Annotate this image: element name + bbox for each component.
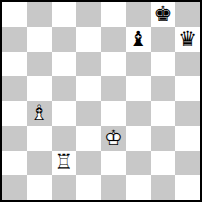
black-bishop-glyph: ♝ [126, 27, 151, 52]
square-e5[interactable] [101, 76, 126, 101]
square-b8[interactable] [27, 2, 52, 27]
square-h3[interactable] [175, 126, 200, 151]
square-d7[interactable] [76, 27, 101, 52]
square-c8[interactable] [52, 2, 77, 27]
square-g1[interactable] [151, 175, 176, 200]
square-h5[interactable] [175, 76, 200, 101]
square-e3[interactable]: ♚♔ [101, 126, 126, 151]
white-rook-piece: ♜♖ [52, 151, 77, 176]
black-king-glyph: ♚ [151, 2, 176, 27]
square-b7[interactable] [27, 27, 52, 52]
square-c4[interactable] [52, 101, 77, 126]
square-c3[interactable] [52, 126, 77, 151]
square-f4[interactable] [126, 101, 151, 126]
square-c5[interactable] [52, 76, 77, 101]
square-g8[interactable]: ♚ [151, 2, 176, 27]
square-f1[interactable] [126, 175, 151, 200]
square-d6[interactable] [76, 52, 101, 77]
square-g5[interactable] [151, 76, 176, 101]
square-d4[interactable] [76, 101, 101, 126]
square-f5[interactable] [126, 76, 151, 101]
square-e1[interactable] [101, 175, 126, 200]
square-a6[interactable] [2, 52, 27, 77]
white-bishop-piece: ♝♗ [27, 101, 52, 126]
square-h6[interactable] [175, 52, 200, 77]
square-d3[interactable] [76, 126, 101, 151]
white-king-glyph: ♔ [101, 126, 126, 151]
square-b4[interactable]: ♝♗ [27, 101, 52, 126]
square-e2[interactable] [101, 151, 126, 176]
square-g2[interactable] [151, 151, 176, 176]
square-h4[interactable] [175, 101, 200, 126]
black-queen-glyph: ♛ [175, 27, 200, 52]
white-bishop-glyph: ♗ [27, 101, 52, 126]
black-queen-piece: ♛ [175, 27, 200, 52]
square-g4[interactable] [151, 101, 176, 126]
square-a5[interactable] [2, 76, 27, 101]
square-c7[interactable] [52, 27, 77, 52]
square-e8[interactable] [101, 2, 126, 27]
square-d2[interactable] [76, 151, 101, 176]
square-b3[interactable] [27, 126, 52, 151]
square-c1[interactable] [52, 175, 77, 200]
square-e4[interactable] [101, 101, 126, 126]
square-a7[interactable] [2, 27, 27, 52]
square-a4[interactable] [2, 101, 27, 126]
black-bishop-piece: ♝ [126, 27, 151, 52]
square-d8[interactable] [76, 2, 101, 27]
white-king-piece: ♚♔ [101, 126, 126, 151]
square-f8[interactable] [126, 2, 151, 27]
square-h7[interactable]: ♛ [175, 27, 200, 52]
square-a8[interactable] [2, 2, 27, 27]
square-h1[interactable] [175, 175, 200, 200]
square-a1[interactable] [2, 175, 27, 200]
square-c6[interactable] [52, 52, 77, 77]
square-d1[interactable] [76, 175, 101, 200]
square-g3[interactable] [151, 126, 176, 151]
square-b6[interactable] [27, 52, 52, 77]
square-b5[interactable] [27, 76, 52, 101]
square-h2[interactable] [175, 151, 200, 176]
square-f3[interactable] [126, 126, 151, 151]
square-f6[interactable] [126, 52, 151, 77]
square-a2[interactable] [2, 151, 27, 176]
chess-board: ♚♝♛♝♗♚♔♜♖ [0, 0, 202, 202]
square-f7[interactable]: ♝ [126, 27, 151, 52]
square-g7[interactable] [151, 27, 176, 52]
square-c2[interactable]: ♜♖ [52, 151, 77, 176]
square-d5[interactable] [76, 76, 101, 101]
square-b2[interactable] [27, 151, 52, 176]
square-f2[interactable] [126, 151, 151, 176]
square-b1[interactable] [27, 175, 52, 200]
square-e7[interactable] [101, 27, 126, 52]
white-rook-glyph: ♖ [52, 151, 77, 176]
black-king-piece: ♚ [151, 2, 176, 27]
square-h8[interactable] [175, 2, 200, 27]
square-e6[interactable] [101, 52, 126, 77]
square-g6[interactable] [151, 52, 176, 77]
square-a3[interactable] [2, 126, 27, 151]
